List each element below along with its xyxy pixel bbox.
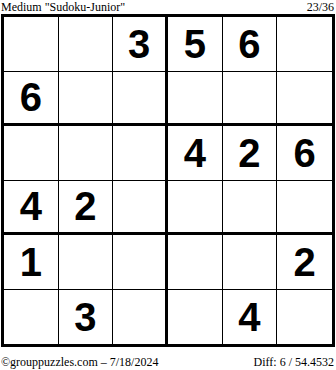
given-digit: 6 <box>294 133 316 173</box>
cell-r5c2[interactable] <box>59 235 114 290</box>
puzzle-title: Medium "Sudoku-Junior" <box>1 1 125 14</box>
cell-r6c2[interactable]: 3 <box>59 290 114 345</box>
cell-r5c3[interactable] <box>113 235 168 290</box>
cell-r6c5[interactable]: 4 <box>223 290 278 345</box>
cell-r3c2[interactable] <box>59 126 114 181</box>
cell-r2c4[interactable] <box>168 72 223 127</box>
given-digit: 3 <box>128 24 150 64</box>
given-digit: 4 <box>238 297 260 337</box>
given-digit: 3 <box>74 297 96 337</box>
sudoku-board: 3566426421234 <box>1 14 335 347</box>
page-header: Medium "Sudoku-Junior" 23/36 <box>0 0 336 14</box>
cell-r6c1[interactable] <box>4 290 59 345</box>
cell-r6c6[interactable] <box>277 290 332 345</box>
cell-r1c2[interactable] <box>59 17 114 72</box>
cell-r4c5[interactable] <box>223 181 278 236</box>
cell-r6c3[interactable] <box>113 290 168 345</box>
cell-r3c1[interactable] <box>4 126 59 181</box>
given-digit: 2 <box>294 242 316 282</box>
given-digit: 1 <box>20 242 42 282</box>
cell-r3c4[interactable]: 4 <box>168 126 223 181</box>
cell-r5c5[interactable] <box>223 235 278 290</box>
page-footer: ©grouppuzzles.com – 7/18/2024 Diff: 6 / … <box>0 355 336 369</box>
cell-r6c4[interactable] <box>168 290 223 345</box>
cell-r5c4[interactable] <box>168 235 223 290</box>
cell-r3c3[interactable] <box>113 126 168 181</box>
cell-r1c5[interactable]: 6 <box>223 17 278 72</box>
cell-r2c3[interactable] <box>113 72 168 127</box>
cell-r3c6[interactable]: 6 <box>277 126 332 181</box>
given-digit: 4 <box>184 133 206 173</box>
cell-r5c1[interactable]: 1 <box>4 235 59 290</box>
copyright-text: ©grouppuzzles.com – 7/18/2024 <box>1 355 158 369</box>
cell-r1c6[interactable] <box>277 17 332 72</box>
given-digit: 5 <box>184 24 206 64</box>
cell-r1c4[interactable]: 5 <box>168 17 223 72</box>
cell-r4c6[interactable] <box>277 181 332 236</box>
cell-r2c2[interactable] <box>59 72 114 127</box>
given-digit: 4 <box>20 186 42 226</box>
cell-r4c3[interactable] <box>113 181 168 236</box>
cell-r4c4[interactable] <box>168 181 223 236</box>
cell-r5c6[interactable]: 2 <box>277 235 332 290</box>
cell-r2c6[interactable] <box>277 72 332 127</box>
cell-r4c2[interactable]: 2 <box>59 181 114 236</box>
given-digit: 6 <box>20 77 42 117</box>
difficulty-rating: Diff: 6 / 54.4532 <box>254 355 334 369</box>
cell-r2c1[interactable]: 6 <box>4 72 59 127</box>
puzzle-counter: 23/36 <box>307 1 334 14</box>
cell-r4c1[interactable]: 4 <box>4 181 59 236</box>
given-digit: 2 <box>74 186 96 226</box>
cell-r1c1[interactable] <box>4 17 59 72</box>
cell-r1c3[interactable]: 3 <box>113 17 168 72</box>
given-digit: 2 <box>238 133 260 173</box>
cell-r3c5[interactable]: 2 <box>223 126 278 181</box>
given-digit: 6 <box>238 24 260 64</box>
cell-r2c5[interactable] <box>223 72 278 127</box>
